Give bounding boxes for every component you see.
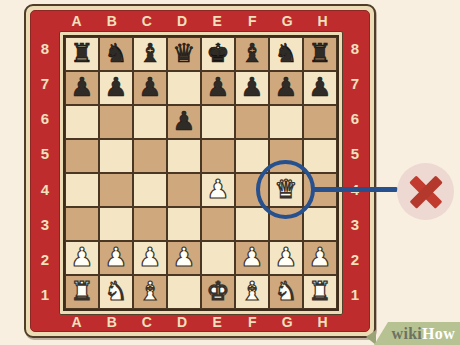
square-f1: ♝	[235, 275, 269, 309]
square-a6	[65, 105, 99, 139]
piece-bb-f8: ♝	[240, 40, 263, 66]
square-d1	[167, 275, 201, 309]
piece-wp-g2: ♟	[274, 244, 297, 270]
piece-bq-d8: ♛	[172, 40, 195, 66]
square-a1: ♜	[65, 275, 99, 309]
rank-label-2: 2	[41, 242, 49, 277]
file-label-b: B	[94, 14, 129, 28]
square-e6	[201, 105, 235, 139]
rank-label-3: 3	[351, 207, 359, 242]
piece-wp-b2: ♟	[104, 244, 127, 270]
wikihow-watermark: wikiHow	[374, 322, 460, 345]
board-frame: ABCDEFGH ABCDEFGH 87654321 87654321 ♜♞♝♛…	[30, 10, 370, 332]
square-d6: ♟	[167, 105, 201, 139]
annotation-pointer-line	[312, 187, 398, 192]
square-a4	[65, 173, 99, 207]
rank-label-1: 1	[41, 277, 49, 312]
file-label-g: G	[270, 14, 305, 28]
illustration-canvas: ABCDEFGH ABCDEFGH 87654321 87654321 ♜♞♝♛…	[0, 0, 460, 345]
square-c6	[133, 105, 167, 139]
square-d3	[167, 207, 201, 241]
square-a2: ♟	[65, 241, 99, 275]
file-label-c: C	[129, 315, 164, 329]
piece-wp-e4: ♟	[206, 176, 229, 202]
square-c7: ♟	[133, 71, 167, 105]
square-e3	[201, 207, 235, 241]
square-g1: ♞	[269, 275, 303, 309]
piece-wp-h2: ♟	[308, 244, 331, 270]
rank-label-3: 3	[41, 207, 49, 242]
square-g2: ♟	[269, 241, 303, 275]
square-h3	[303, 207, 337, 241]
square-d2: ♟	[167, 241, 201, 275]
piece-wn-g1: ♞	[274, 278, 297, 304]
square-a7: ♟	[65, 71, 99, 105]
square-h2: ♟	[303, 241, 337, 275]
square-b2: ♟	[99, 241, 133, 275]
piece-wp-f2: ♟	[240, 244, 263, 270]
square-c3	[133, 207, 167, 241]
rank-label-1: 1	[351, 277, 359, 312]
file-label-d: D	[164, 315, 199, 329]
piece-br-a8: ♜	[70, 40, 93, 66]
piece-wb-c1: ♝	[138, 278, 161, 304]
piece-bb-c8: ♝	[138, 40, 161, 66]
file-label-a: A	[59, 315, 94, 329]
file-label-d: D	[164, 14, 199, 28]
rank-label-7: 7	[351, 66, 359, 101]
square-c5	[133, 139, 167, 173]
rank-label-8: 8	[351, 31, 359, 66]
square-a8: ♜	[65, 37, 99, 71]
piece-wp-d2: ♟	[172, 244, 195, 270]
piece-bn-b8: ♞	[104, 40, 127, 66]
square-b6	[99, 105, 133, 139]
rank-label-6: 6	[41, 101, 49, 136]
rank-label-2: 2	[351, 242, 359, 277]
piece-bn-g8: ♞	[274, 40, 297, 66]
rank-label-4: 4	[41, 172, 49, 207]
square-b8: ♞	[99, 37, 133, 71]
square-e4: ♟	[201, 173, 235, 207]
blunder-circle-annotation	[256, 160, 315, 219]
square-e1: ♚	[201, 275, 235, 309]
square-d8: ♛	[167, 37, 201, 71]
piece-bp-a7: ♟	[70, 74, 93, 100]
watermark-fold	[366, 330, 376, 345]
rank-label-5: 5	[41, 136, 49, 171]
square-h5	[303, 139, 337, 173]
square-d7	[167, 71, 201, 105]
square-e5	[201, 139, 235, 173]
piece-br-h8: ♜	[308, 40, 331, 66]
square-h1: ♜	[303, 275, 337, 309]
square-h6	[303, 105, 337, 139]
square-a5	[65, 139, 99, 173]
square-e8: ♚	[201, 37, 235, 71]
square-b5	[99, 139, 133, 173]
mistake-x-icon	[397, 163, 454, 220]
square-g7: ♟	[269, 71, 303, 105]
piece-bp-c7: ♟	[138, 74, 161, 100]
piece-bp-f7: ♟	[240, 74, 263, 100]
square-a3	[65, 207, 99, 241]
watermark-how-text: How	[422, 325, 455, 343]
rank-label-6: 6	[351, 101, 359, 136]
piece-bp-e7: ♟	[206, 74, 229, 100]
square-g6	[269, 105, 303, 139]
square-d5	[167, 139, 201, 173]
square-h8: ♜	[303, 37, 337, 71]
piece-wn-b1: ♞	[104, 278, 127, 304]
square-g8: ♞	[269, 37, 303, 71]
piece-bp-h7: ♟	[308, 74, 331, 100]
file-labels-bottom: ABCDEFGH	[59, 313, 340, 331]
square-b3	[99, 207, 133, 241]
file-label-h: H	[305, 14, 340, 28]
piece-bp-b7: ♟	[104, 74, 127, 100]
square-f3	[235, 207, 269, 241]
file-label-b: B	[94, 315, 129, 329]
file-label-h: H	[305, 315, 340, 329]
square-b7: ♟	[99, 71, 133, 105]
rank-label-8: 8	[41, 31, 49, 66]
square-c1: ♝	[133, 275, 167, 309]
square-e7: ♟	[201, 71, 235, 105]
piece-wb-f1: ♝	[240, 278, 263, 304]
square-h7: ♟	[303, 71, 337, 105]
piece-wk-e1: ♚	[206, 278, 229, 304]
rank-labels-right: 87654321	[341, 31, 369, 312]
square-c2: ♟	[133, 241, 167, 275]
chess-board: ABCDEFGH ABCDEFGH 87654321 87654321 ♜♞♝♛…	[24, 4, 376, 338]
square-f6	[235, 105, 269, 139]
file-label-e: E	[200, 14, 235, 28]
square-f7: ♟	[235, 71, 269, 105]
square-b4	[99, 173, 133, 207]
piece-wp-c2: ♟	[138, 244, 161, 270]
rank-label-5: 5	[351, 136, 359, 171]
square-e2	[201, 241, 235, 275]
file-label-c: C	[129, 14, 164, 28]
square-f8: ♝	[235, 37, 269, 71]
piece-bk-e8: ♚	[206, 40, 229, 66]
file-label-g: G	[270, 315, 305, 329]
piece-bp-g7: ♟	[274, 74, 297, 100]
file-label-a: A	[59, 14, 94, 28]
file-labels-top: ABCDEFGH	[59, 11, 340, 31]
square-d4	[167, 173, 201, 207]
square-b1: ♞	[99, 275, 133, 309]
square-f2: ♟	[235, 241, 269, 275]
file-label-e: E	[200, 315, 235, 329]
rank-label-7: 7	[41, 66, 49, 101]
piece-wr-a1: ♜	[70, 278, 93, 304]
square-c4	[133, 173, 167, 207]
file-label-f: F	[235, 315, 270, 329]
watermark-wiki-text: wiki	[392, 325, 423, 343]
rank-labels-left: 87654321	[31, 31, 59, 312]
piece-bp-d6: ♟	[172, 108, 195, 134]
piece-wr-h1: ♜	[308, 278, 331, 304]
file-label-f: F	[235, 14, 270, 28]
square-c8: ♝	[133, 37, 167, 71]
piece-wp-a2: ♟	[70, 244, 93, 270]
